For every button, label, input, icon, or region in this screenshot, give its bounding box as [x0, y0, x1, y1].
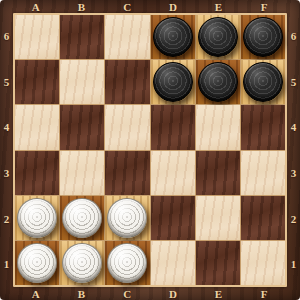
square-e1[interactable]: [196, 241, 240, 285]
board-grid: ⛂⛂⛂⛂⛂⛂⛀⛀⛀⛀⛀⛀: [15, 15, 285, 285]
file-labels-top: ABCDEF: [13, 0, 287, 13]
file-label-bottom-f: F: [241, 287, 287, 300]
rank-label-left-1: 1: [0, 241, 13, 287]
square-a6[interactable]: [15, 15, 59, 59]
rank-label-left-6: 6: [0, 13, 13, 59]
rank-label-left-2: 2: [0, 196, 13, 242]
rank-label-right-6: 6: [287, 13, 300, 59]
square-d4[interactable]: [151, 105, 195, 149]
square-c2[interactable]: ⛀: [105, 196, 149, 240]
square-f3[interactable]: [241, 151, 285, 195]
square-b5[interactable]: [60, 60, 104, 104]
square-d1[interactable]: [151, 241, 195, 285]
rank-label-left-5: 5: [0, 59, 13, 105]
square-e3[interactable]: [196, 151, 240, 195]
square-a2[interactable]: ⛀: [15, 196, 59, 240]
black-piece[interactable]: ⛂: [198, 62, 238, 102]
square-e5[interactable]: ⛂: [196, 60, 240, 104]
rank-label-left-3: 3: [0, 150, 13, 196]
black-piece[interactable]: ⛂: [243, 62, 283, 102]
square-c1[interactable]: ⛀: [105, 241, 149, 285]
square-f6[interactable]: ⛂: [241, 15, 285, 59]
rank-label-left-4: 4: [0, 104, 13, 150]
rank-label-right-4: 4: [287, 104, 300, 150]
square-b4[interactable]: [60, 105, 104, 149]
black-piece[interactable]: ⛂: [243, 17, 283, 57]
square-a4[interactable]: [15, 105, 59, 149]
white-piece[interactable]: ⛀: [62, 243, 102, 283]
square-e6[interactable]: ⛂: [196, 15, 240, 59]
square-c3[interactable]: [105, 151, 149, 195]
square-d5[interactable]: ⛂: [151, 60, 195, 104]
file-label-top-c: C: [104, 0, 150, 13]
square-d3[interactable]: [151, 151, 195, 195]
square-b3[interactable]: [60, 151, 104, 195]
rank-labels-right: 654321: [287, 13, 300, 287]
checkers-board-app: ABCDEF ABCDEF 654321 654321 ⛂⛂⛂⛂⛂⛂⛀⛀⛀⛀⛀⛀: [0, 0, 300, 300]
square-a5[interactable]: [15, 60, 59, 104]
file-label-top-a: A: [13, 0, 59, 13]
square-f5[interactable]: ⛂: [241, 60, 285, 104]
square-c4[interactable]: [105, 105, 149, 149]
file-label-top-d: D: [150, 0, 196, 13]
white-piece[interactable]: ⛀: [17, 243, 57, 283]
rank-label-right-5: 5: [287, 59, 300, 105]
file-label-top-f: F: [241, 0, 287, 13]
rank-label-right-2: 2: [287, 196, 300, 242]
square-b6[interactable]: [60, 15, 104, 59]
file-label-top-e: E: [196, 0, 242, 13]
square-f4[interactable]: [241, 105, 285, 149]
square-b1[interactable]: ⛀: [60, 241, 104, 285]
file-label-bottom-a: A: [13, 287, 59, 300]
file-label-top-b: B: [59, 0, 105, 13]
file-label-bottom-c: C: [104, 287, 150, 300]
square-f2[interactable]: [241, 196, 285, 240]
white-piece[interactable]: ⛀: [107, 198, 147, 238]
rank-label-right-3: 3: [287, 150, 300, 196]
file-labels-bottom: ABCDEF: [13, 287, 287, 300]
rank-labels-left: 654321: [0, 13, 13, 287]
square-e2[interactable]: [196, 196, 240, 240]
file-label-bottom-b: B: [59, 287, 105, 300]
black-piece[interactable]: ⛂: [153, 62, 193, 102]
square-a1[interactable]: ⛀: [15, 241, 59, 285]
black-piece[interactable]: ⛂: [198, 17, 238, 57]
board-border: ⛂⛂⛂⛂⛂⛂⛀⛀⛀⛀⛀⛀: [13, 13, 287, 287]
square-b2[interactable]: ⛀: [60, 196, 104, 240]
square-c5[interactable]: [105, 60, 149, 104]
white-piece[interactable]: ⛀: [62, 198, 102, 238]
rank-label-right-1: 1: [287, 241, 300, 287]
square-d6[interactable]: ⛂: [151, 15, 195, 59]
black-piece[interactable]: ⛂: [153, 17, 193, 57]
file-label-bottom-e: E: [196, 287, 242, 300]
file-label-bottom-d: D: [150, 287, 196, 300]
square-a3[interactable]: [15, 151, 59, 195]
square-c6[interactable]: [105, 15, 149, 59]
square-f1[interactable]: [241, 241, 285, 285]
square-e4[interactable]: [196, 105, 240, 149]
square-d2[interactable]: [151, 196, 195, 240]
white-piece[interactable]: ⛀: [107, 243, 147, 283]
white-piece[interactable]: ⛀: [17, 198, 57, 238]
